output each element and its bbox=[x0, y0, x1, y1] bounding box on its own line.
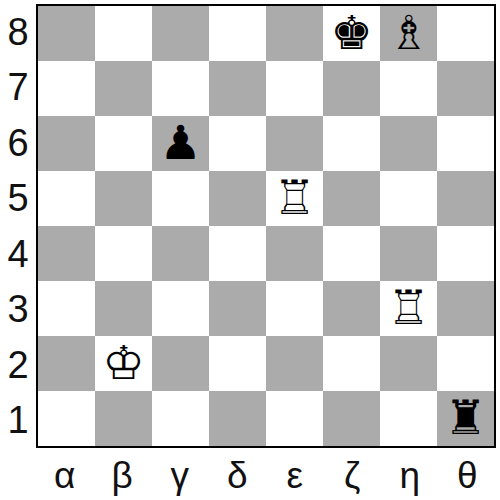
square-θ6[interactable] bbox=[437, 116, 494, 171]
square-γ2[interactable] bbox=[152, 336, 209, 391]
file-label-α: α bbox=[36, 448, 94, 500]
square-ζ6[interactable] bbox=[323, 116, 380, 171]
file-label-γ: γ bbox=[151, 448, 209, 500]
square-ζ7[interactable] bbox=[323, 61, 380, 116]
square-γ1[interactable] bbox=[152, 391, 209, 446]
chess-diagram: 87654321 ♚♗♟♖♖♔♜ αβγδεζηθ bbox=[0, 0, 500, 500]
square-ζ2[interactable] bbox=[323, 336, 380, 391]
square-ζ1[interactable] bbox=[323, 391, 380, 446]
square-β1[interactable] bbox=[95, 391, 152, 446]
square-ε6[interactable] bbox=[266, 116, 323, 171]
black-king: ♚ bbox=[330, 9, 372, 56]
square-β7[interactable] bbox=[95, 61, 152, 116]
square-α3[interactable] bbox=[38, 281, 95, 336]
file-label-ζ: ζ bbox=[324, 448, 382, 500]
square-η3[interactable]: ♖ bbox=[380, 281, 437, 336]
square-α7[interactable] bbox=[38, 61, 95, 116]
square-ζ8[interactable]: ♚ bbox=[323, 6, 380, 61]
square-η7[interactable] bbox=[380, 61, 437, 116]
square-δ5[interactable] bbox=[209, 171, 266, 226]
square-δ6[interactable] bbox=[209, 116, 266, 171]
file-labels: αβγδεζηθ bbox=[36, 448, 496, 500]
white-rook: ♖ bbox=[387, 284, 429, 331]
rank-label-6: 6 bbox=[0, 115, 36, 171]
square-δ4[interactable] bbox=[209, 226, 266, 281]
rank-label-7: 7 bbox=[0, 60, 36, 116]
square-θ1[interactable]: ♜ bbox=[437, 391, 494, 446]
square-γ5[interactable] bbox=[152, 171, 209, 226]
square-η5[interactable] bbox=[380, 171, 437, 226]
square-δ7[interactable] bbox=[209, 61, 266, 116]
rank-labels: 87654321 bbox=[0, 4, 36, 448]
square-β5[interactable] bbox=[95, 171, 152, 226]
square-θ7[interactable] bbox=[437, 61, 494, 116]
white-rook: ♖ bbox=[273, 174, 315, 221]
square-α8[interactable] bbox=[38, 6, 95, 61]
file-label-β: β bbox=[94, 448, 152, 500]
square-γ4[interactable] bbox=[152, 226, 209, 281]
square-ε1[interactable] bbox=[266, 391, 323, 446]
square-δ2[interactable] bbox=[209, 336, 266, 391]
square-γ7[interactable] bbox=[152, 61, 209, 116]
square-α6[interactable] bbox=[38, 116, 95, 171]
square-η8[interactable]: ♗ bbox=[380, 6, 437, 61]
file-label-θ: θ bbox=[439, 448, 497, 500]
square-ε8[interactable] bbox=[266, 6, 323, 61]
rank-label-4: 4 bbox=[0, 226, 36, 282]
square-θ3[interactable] bbox=[437, 281, 494, 336]
square-θ5[interactable] bbox=[437, 171, 494, 226]
square-ε5[interactable]: ♖ bbox=[266, 171, 323, 226]
square-δ1[interactable] bbox=[209, 391, 266, 446]
square-η4[interactable] bbox=[380, 226, 437, 281]
rank-label-3: 3 bbox=[0, 282, 36, 338]
square-β8[interactable] bbox=[95, 6, 152, 61]
square-η2[interactable] bbox=[380, 336, 437, 391]
square-β3[interactable] bbox=[95, 281, 152, 336]
square-θ2[interactable] bbox=[437, 336, 494, 391]
rank-label-2: 2 bbox=[0, 337, 36, 393]
rank-label-1: 1 bbox=[0, 393, 36, 449]
square-ε2[interactable] bbox=[266, 336, 323, 391]
square-η1[interactable] bbox=[380, 391, 437, 446]
square-η6[interactable] bbox=[380, 116, 437, 171]
square-ζ4[interactable] bbox=[323, 226, 380, 281]
rank-label-5: 5 bbox=[0, 171, 36, 227]
square-α4[interactable] bbox=[38, 226, 95, 281]
rank-label-8: 8 bbox=[0, 4, 36, 60]
square-γ6[interactable]: ♟ bbox=[152, 116, 209, 171]
file-label-δ: δ bbox=[209, 448, 267, 500]
square-γ3[interactable] bbox=[152, 281, 209, 336]
square-β4[interactable] bbox=[95, 226, 152, 281]
file-label-ε: ε bbox=[266, 448, 324, 500]
square-θ8[interactable] bbox=[437, 6, 494, 61]
white-king: ♔ bbox=[102, 339, 144, 386]
square-γ8[interactable] bbox=[152, 6, 209, 61]
black-rook: ♜ bbox=[444, 394, 486, 441]
black-pawn: ♟ bbox=[159, 119, 201, 166]
square-ε7[interactable] bbox=[266, 61, 323, 116]
square-α2[interactable] bbox=[38, 336, 95, 391]
square-α5[interactable] bbox=[38, 171, 95, 226]
square-δ3[interactable] bbox=[209, 281, 266, 336]
square-ζ5[interactable] bbox=[323, 171, 380, 226]
white-bishop: ♗ bbox=[387, 9, 429, 56]
square-α1[interactable] bbox=[38, 391, 95, 446]
file-label-η: η bbox=[381, 448, 439, 500]
square-β2[interactable]: ♔ bbox=[95, 336, 152, 391]
square-ζ3[interactable] bbox=[323, 281, 380, 336]
square-β6[interactable] bbox=[95, 116, 152, 171]
square-δ8[interactable] bbox=[209, 6, 266, 61]
square-ε3[interactable] bbox=[266, 281, 323, 336]
square-θ4[interactable] bbox=[437, 226, 494, 281]
square-ε4[interactable] bbox=[266, 226, 323, 281]
chess-board: ♚♗♟♖♖♔♜ bbox=[36, 4, 496, 448]
